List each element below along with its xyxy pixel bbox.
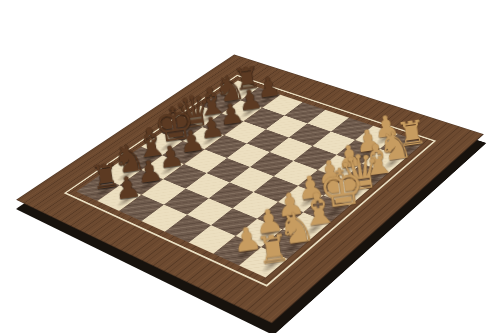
white-rook-h1: ♜ bbox=[253, 228, 293, 270]
board-frame: ♜♞♝♚♛♝♞♜♟♟♟♟♟♟♟♟♟♟♟♟♟♟♟♟♜♞♝♚♛♝♞♜ bbox=[16, 55, 484, 324]
black-pawn-h7: ♟ bbox=[110, 171, 146, 205]
chessboard: ♜♞♝♚♛♝♞♜♟♟♟♟♟♟♟♟♟♟♟♟♟♟♟♟♜♞♝♚♛♝♞♜ bbox=[16, 55, 484, 324]
square-e5 bbox=[207, 158, 250, 182]
playing-area: ♜♞♝♚♛♝♞♜♟♟♟♟♟♟♟♟♟♟♟♟♟♟♟♟♜♞♝♚♛♝♞♜ bbox=[76, 80, 423, 277]
